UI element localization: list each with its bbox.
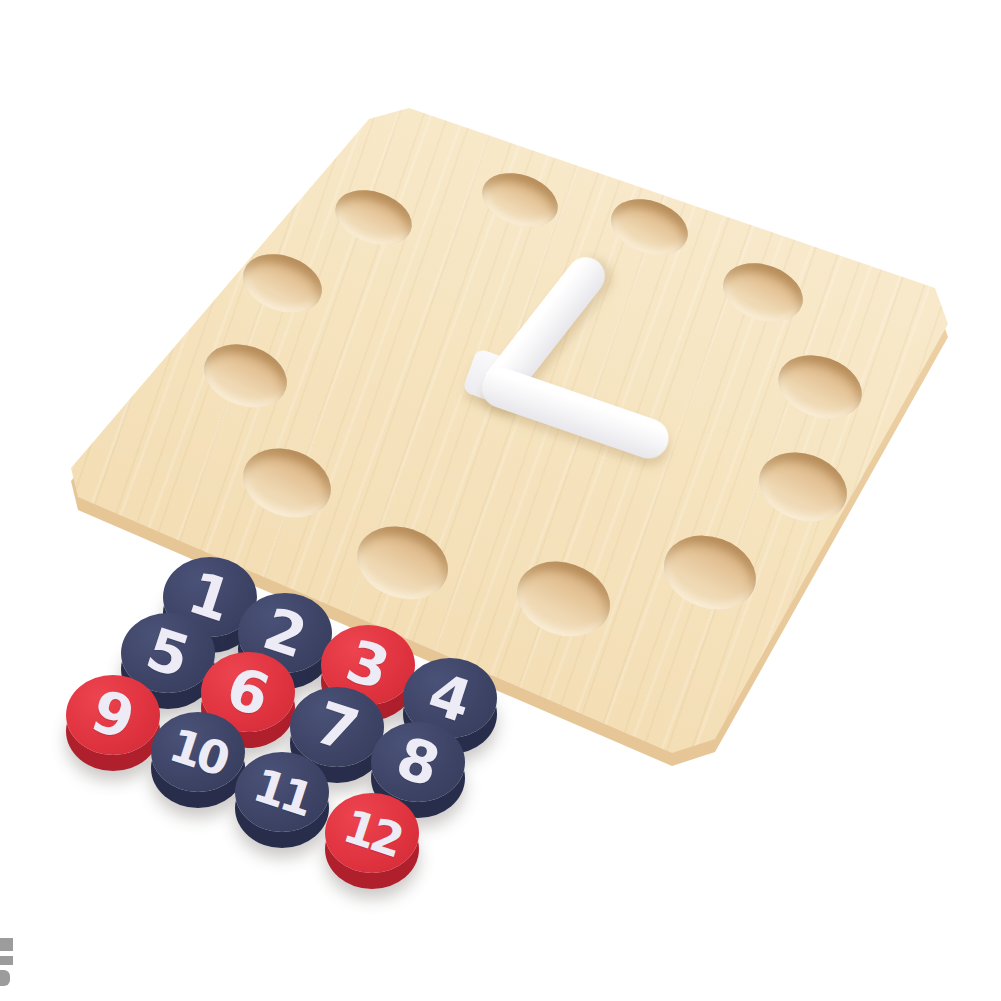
disc-number-label: 7 [309,693,365,761]
number-disc-12[interactable]: 12 [325,793,419,873]
disc-number-label: 8 [390,728,446,796]
watermark-bar [0,970,10,986]
disc-number-label: 5 [140,619,196,687]
number-disc-9[interactable]: 9 [66,675,160,755]
disc-number-label: 10 [164,721,231,782]
disc-number-label: 12 [338,802,405,863]
number-disc-11[interactable]: 11 [235,752,329,832]
number-disc-10[interactable]: 10 [151,712,245,792]
product-photo-scene: 123456789101112 [0,0,1001,1001]
disc-number-label: 6 [220,658,276,726]
disc-number-label: 4 [422,664,478,732]
watermark-bar [0,938,13,951]
disc-number-label: 11 [248,761,315,822]
disc-number-label: 9 [85,681,141,749]
corner-watermark-fragment [0,938,16,990]
number-disc-7[interactable]: 7 [290,687,384,767]
number-disc-8[interactable]: 8 [371,722,465,802]
watermark-bar [0,956,13,965]
